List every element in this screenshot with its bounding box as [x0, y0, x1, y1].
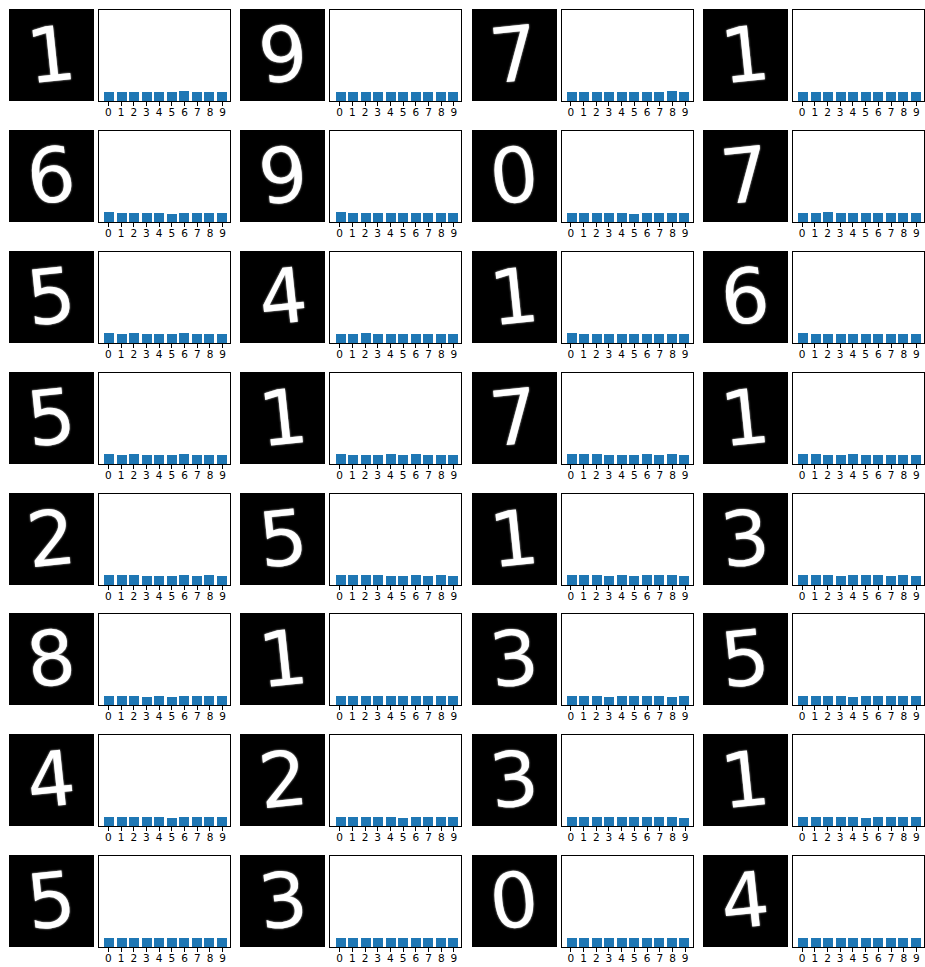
bar-slot	[653, 494, 666, 585]
x-tick-label: 2	[359, 711, 372, 723]
x-tick-label: 1	[808, 711, 821, 723]
bar-slot	[372, 856, 385, 947]
axis-tick	[840, 586, 841, 590]
prob-bar	[911, 938, 921, 947]
prob-bar	[217, 696, 227, 705]
bar-slot	[797, 614, 810, 705]
prob-bar	[836, 213, 846, 222]
prob-bar	[179, 91, 189, 101]
x-tick-label: 4	[384, 953, 397, 965]
bar-slot	[178, 373, 191, 464]
prob-bar	[104, 212, 114, 222]
digit-glyph: 4	[255, 256, 311, 337]
x-tick-label: 0	[333, 228, 346, 240]
bar-slot	[847, 252, 860, 343]
digit-prediction-panel: 10123456789	[231, 604, 462, 725]
bar-slot	[809, 252, 822, 343]
mnist-digit-image: 1	[240, 372, 325, 464]
bar-slot	[116, 494, 129, 585]
bar-slot	[884, 856, 897, 947]
bar-slot	[103, 373, 116, 464]
prob-bar	[104, 817, 114, 826]
bars-container	[797, 10, 922, 101]
bar-slot	[334, 856, 347, 947]
x-tick-label: 6	[872, 470, 885, 482]
prob-bar	[361, 938, 371, 947]
bar-slot	[872, 10, 885, 101]
prob-bar	[629, 696, 639, 705]
prob-bar	[579, 696, 589, 705]
mnist-digit-image: 0	[472, 855, 557, 947]
prob-bar	[179, 938, 189, 947]
x-tick-label: 0	[102, 107, 115, 119]
x-tick-label: 0	[565, 591, 578, 603]
bar-slot	[578, 735, 591, 826]
bar-slot	[884, 735, 897, 826]
bar-slot	[897, 735, 910, 826]
prob-bar	[592, 575, 602, 584]
bar-slot	[409, 614, 422, 705]
plot-area	[561, 130, 694, 223]
bar-slot	[678, 735, 691, 826]
x-tick-label: 4	[153, 349, 166, 361]
x-tick-labels: 0123456789	[102, 711, 229, 723]
prob-bar	[811, 575, 821, 584]
prob-bar	[836, 455, 846, 464]
prob-bar	[898, 455, 908, 464]
plot-area	[98, 9, 231, 102]
bar-slot	[628, 494, 641, 585]
bars-container	[334, 131, 459, 222]
x-tick-label: 3	[371, 228, 384, 240]
prob-bar	[604, 213, 614, 222]
prob-bar	[836, 938, 846, 947]
bar-slot	[178, 252, 191, 343]
bar-slot	[384, 735, 397, 826]
x-tick-label: 8	[435, 107, 448, 119]
x-tick-label: 6	[409, 228, 422, 240]
prob-bar	[679, 576, 689, 585]
bar-slot	[397, 10, 410, 101]
bar-slot	[334, 10, 347, 101]
tick-slot	[897, 586, 910, 590]
bar-slot	[216, 614, 229, 705]
digit-glyph: 5	[23, 256, 79, 337]
x-tick-label: 7	[191, 228, 204, 240]
x-tick-label: 8	[666, 107, 679, 119]
bar-slot	[153, 373, 166, 464]
bar-slot	[566, 10, 579, 101]
prob-bar	[811, 696, 821, 705]
x-tick-label: 2	[359, 832, 372, 844]
x-tick-label: 4	[153, 711, 166, 723]
digit-glyph: 4	[717, 861, 773, 942]
x-tick-label: 6	[409, 107, 422, 119]
bar-slot	[397, 131, 410, 222]
prob-bar	[411, 213, 421, 222]
x-tick-label: 2	[127, 591, 140, 603]
digit-prediction-panel: 20123456789	[0, 484, 231, 605]
prob-bar	[348, 575, 358, 584]
x-tick-label: 1	[808, 953, 821, 965]
x-tick-label: 7	[653, 711, 666, 723]
bars-container	[566, 614, 691, 705]
bar-slot	[578, 856, 591, 947]
x-tick-label: 3	[603, 953, 616, 965]
digit-prediction-panel: 30123456789	[231, 846, 462, 967]
bar-slot	[141, 373, 154, 464]
probability-bar-chart: 0123456789	[329, 130, 462, 240]
plot-area	[792, 9, 925, 102]
x-tick-label: 6	[641, 228, 654, 240]
x-tick-label: 2	[127, 953, 140, 965]
mnist-digit-image: 9	[240, 9, 325, 101]
prob-bar	[411, 454, 421, 463]
x-tick-label: 1	[346, 107, 359, 119]
x-tick-label: 5	[166, 591, 179, 603]
x-tick-label: 1	[346, 711, 359, 723]
x-tick-label: 0	[796, 832, 809, 844]
x-tick-label: 9	[679, 953, 692, 965]
digit-prediction-panel: 00123456789	[463, 121, 694, 242]
prob-bar	[798, 575, 808, 584]
bar-slot	[834, 10, 847, 101]
bar-slot	[434, 856, 447, 947]
prob-bar	[117, 575, 127, 584]
prob-bar	[604, 817, 614, 826]
digit-prediction-panel: 90123456789	[231, 121, 462, 242]
x-tick-label: 3	[603, 711, 616, 723]
x-tick-labels: 0123456789	[102, 591, 229, 603]
axis-tick	[583, 586, 584, 590]
bars-container	[334, 856, 459, 947]
x-tick-label: 9	[679, 711, 692, 723]
prob-bar	[129, 575, 139, 584]
prob-bar	[398, 334, 408, 343]
digit-prediction-panel: 30123456789	[694, 484, 925, 605]
x-tick-label: 0	[333, 832, 346, 844]
x-tick-labels: 0123456789	[565, 591, 692, 603]
prob-bar	[104, 696, 114, 705]
axis-tick	[903, 586, 904, 590]
prob-bar	[617, 455, 627, 464]
x-tick-label: 1	[115, 107, 128, 119]
axis-tick	[390, 586, 391, 590]
bar-slot	[191, 856, 204, 947]
bar-slot	[834, 856, 847, 947]
prob-bar	[448, 92, 458, 101]
prob-bar	[192, 455, 202, 464]
x-tick-label: 2	[127, 349, 140, 361]
x-tick-label: 5	[166, 953, 179, 965]
prob-bar	[373, 455, 383, 464]
bar-slot	[628, 856, 641, 947]
tick-slot	[140, 586, 153, 590]
x-tick-label: 1	[808, 228, 821, 240]
prob-bar	[142, 334, 152, 343]
prob-bar	[411, 92, 421, 101]
probability-bar-chart: 0123456789	[98, 251, 231, 361]
prob-bar	[567, 575, 577, 584]
bar-slot	[666, 494, 679, 585]
bar-slot	[822, 614, 835, 705]
bar-slot	[359, 735, 372, 826]
x-tick-label: 0	[565, 349, 578, 361]
bar-slot	[872, 131, 885, 222]
x-tick-label: 1	[577, 349, 590, 361]
bar-slot	[834, 373, 847, 464]
prob-bar	[579, 213, 589, 222]
prob-bar	[898, 696, 908, 705]
axis-tick	[916, 586, 917, 590]
x-tick-label: 1	[115, 349, 128, 361]
x-tick-label: 5	[397, 832, 410, 844]
bar-slot	[153, 735, 166, 826]
bars-container	[566, 252, 691, 343]
axis-tick	[222, 586, 223, 590]
tick-slot	[834, 586, 847, 590]
bar-slot	[653, 252, 666, 343]
probability-bar-chart: 0123456789	[329, 493, 462, 603]
prob-bar	[848, 92, 858, 101]
x-tick-label: 1	[577, 591, 590, 603]
x-axis-ticks	[565, 586, 692, 590]
prob-bar	[192, 696, 202, 705]
x-tick-label: 2	[821, 107, 834, 119]
probability-bar-chart: 0123456789	[792, 734, 925, 844]
x-tick-label: 4	[384, 591, 397, 603]
prob-bar	[423, 696, 433, 705]
bar-slot	[822, 373, 835, 464]
prob-bar	[667, 575, 677, 584]
x-tick-label: 1	[346, 953, 359, 965]
bar-slot	[203, 131, 216, 222]
prob-bar	[129, 817, 139, 826]
probability-bar-chart: 0123456789	[561, 9, 694, 119]
x-tick-label: 9	[910, 953, 923, 965]
x-tick-label: 4	[615, 228, 628, 240]
x-tick-label: 2	[359, 107, 372, 119]
x-tick-label: 1	[808, 349, 821, 361]
prob-bar	[592, 454, 602, 463]
prob-bar	[154, 92, 164, 101]
bar-slot	[797, 494, 810, 585]
bar-slot	[834, 131, 847, 222]
prob-bar	[142, 213, 152, 222]
prob-bar	[567, 938, 577, 947]
probability-bar-chart: 0123456789	[98, 613, 231, 723]
tick-slot	[821, 586, 834, 590]
prob-bar	[373, 696, 383, 705]
bar-slot	[166, 494, 179, 585]
prob-bar	[911, 92, 921, 101]
x-tick-label: 6	[641, 832, 654, 844]
bar-slot	[872, 856, 885, 947]
bar-slot	[397, 856, 410, 947]
x-tick-label: 7	[885, 711, 898, 723]
bar-slot	[347, 252, 360, 343]
x-tick-label: 4	[384, 832, 397, 844]
bar-slot	[591, 856, 604, 947]
axis-tick	[865, 586, 866, 590]
x-tick-label: 1	[115, 228, 128, 240]
x-tick-label: 9	[910, 228, 923, 240]
bar-slot	[897, 373, 910, 464]
x-tick-labels: 0123456789	[796, 711, 923, 723]
bar-slot	[422, 856, 435, 947]
x-tick-labels: 0123456789	[565, 832, 692, 844]
x-tick-label: 8	[435, 591, 448, 603]
bar-slot	[847, 373, 860, 464]
x-tick-label: 7	[191, 107, 204, 119]
bar-slot	[178, 856, 191, 947]
digit-glyph: 3	[255, 861, 311, 942]
x-tick-labels: 0123456789	[796, 107, 923, 119]
prob-bar	[167, 334, 177, 342]
x-tick-label: 3	[603, 832, 616, 844]
x-tick-label: 7	[191, 470, 204, 482]
x-tick-label: 9	[216, 349, 229, 361]
prob-bar	[861, 92, 871, 101]
bar-slot	[153, 252, 166, 343]
prob-bar	[798, 92, 808, 101]
prob-bar	[348, 213, 358, 222]
bar-slot	[422, 614, 435, 705]
bar-slot	[422, 252, 435, 343]
x-tick-label: 0	[796, 711, 809, 723]
prob-bar	[436, 696, 446, 705]
prob-bar	[167, 818, 177, 827]
bars-container	[103, 494, 228, 585]
prob-bar	[911, 334, 921, 343]
x-tick-label: 8	[435, 953, 448, 965]
prob-bar	[154, 938, 164, 947]
x-tick-label: 4	[847, 470, 860, 482]
x-tick-label: 9	[910, 470, 923, 482]
x-tick-label: 1	[346, 591, 359, 603]
prob-bar	[811, 213, 821, 222]
bar-slot	[897, 614, 910, 705]
bar-slot	[372, 10, 385, 101]
x-tick-label: 4	[847, 349, 860, 361]
digit-glyph: 3	[486, 619, 542, 700]
prob-bar	[836, 817, 846, 826]
mnist-digit-image: 1	[472, 251, 557, 343]
mnist-digit-image: 5	[9, 372, 94, 464]
x-tick-label: 7	[191, 832, 204, 844]
x-tick-label: 5	[166, 470, 179, 482]
x-tick-label: 5	[859, 228, 872, 240]
prob-bar	[167, 697, 177, 706]
digit-glyph: 1	[486, 256, 542, 337]
x-tick-label: 3	[834, 349, 847, 361]
x-tick-label: 0	[102, 470, 115, 482]
bars-container	[797, 252, 922, 343]
mnist-digit-image: 8	[9, 613, 94, 705]
bar-slot	[128, 10, 141, 101]
probability-bar-chart: 0123456789	[561, 613, 694, 723]
prob-bar	[861, 818, 871, 827]
bar-slot	[216, 252, 229, 343]
prob-bar	[567, 454, 577, 463]
bar-slot	[103, 252, 116, 343]
x-tick-label: 2	[127, 228, 140, 240]
plot-area	[329, 251, 462, 344]
x-tick-label: 3	[140, 591, 153, 603]
bars-container	[334, 373, 459, 464]
prob-bar	[667, 334, 677, 343]
bar-slot	[859, 252, 872, 343]
axis-tick	[428, 586, 429, 590]
bar-slot	[216, 131, 229, 222]
x-tick-label: 2	[821, 711, 834, 723]
bar-slot	[153, 10, 166, 101]
x-tick-label: 3	[371, 349, 384, 361]
prob-bar	[679, 334, 689, 343]
x-tick-label: 9	[216, 591, 229, 603]
x-tick-label: 9	[216, 711, 229, 723]
prob-bar	[154, 696, 164, 705]
prob-bar	[836, 92, 846, 101]
x-tick-label: 5	[859, 107, 872, 119]
bar-slot	[641, 131, 654, 222]
bars-container	[103, 10, 228, 101]
bar-slot	[653, 614, 666, 705]
prob-bar	[811, 92, 821, 101]
tick-slot	[422, 586, 435, 590]
x-tick-label: 0	[796, 349, 809, 361]
prob-bar	[629, 938, 639, 947]
plot-area	[561, 372, 694, 465]
bars-container	[797, 131, 922, 222]
prob-bar	[654, 938, 664, 947]
x-tick-label: 9	[679, 349, 692, 361]
prob-bar	[373, 92, 383, 101]
prob-bar	[336, 454, 346, 463]
x-tick-label: 2	[821, 832, 834, 844]
x-tick-label: 0	[796, 228, 809, 240]
bar-slot	[566, 856, 579, 947]
x-tick-labels: 0123456789	[796, 228, 923, 240]
prob-bar	[448, 938, 458, 947]
prob-bar	[629, 214, 639, 222]
digit-glyph: 2	[255, 740, 311, 821]
mnist-digit-image: 1	[703, 734, 788, 826]
x-tick-label: 9	[679, 107, 692, 119]
x-tick-label: 6	[178, 228, 191, 240]
probability-bar-chart: 0123456789	[561, 855, 694, 965]
prob-bar	[423, 576, 433, 585]
plot-area	[561, 9, 694, 102]
prob-bar	[873, 575, 883, 584]
x-tick-label: 9	[448, 349, 461, 361]
bar-slot	[897, 856, 910, 947]
x-tick-label: 8	[435, 470, 448, 482]
bar-slot	[591, 614, 604, 705]
tick-slot	[565, 586, 578, 590]
x-tick-label: 1	[808, 470, 821, 482]
bar-slot	[641, 252, 654, 343]
digit-glyph: 1	[23, 15, 79, 96]
x-tick-label: 2	[590, 349, 603, 361]
x-tick-label: 1	[808, 832, 821, 844]
x-tick-label: 2	[359, 349, 372, 361]
x-tick-label: 3	[140, 832, 153, 844]
bars-container	[797, 856, 922, 947]
bar-slot	[422, 735, 435, 826]
bar-slot	[591, 252, 604, 343]
prob-bar	[604, 697, 614, 706]
